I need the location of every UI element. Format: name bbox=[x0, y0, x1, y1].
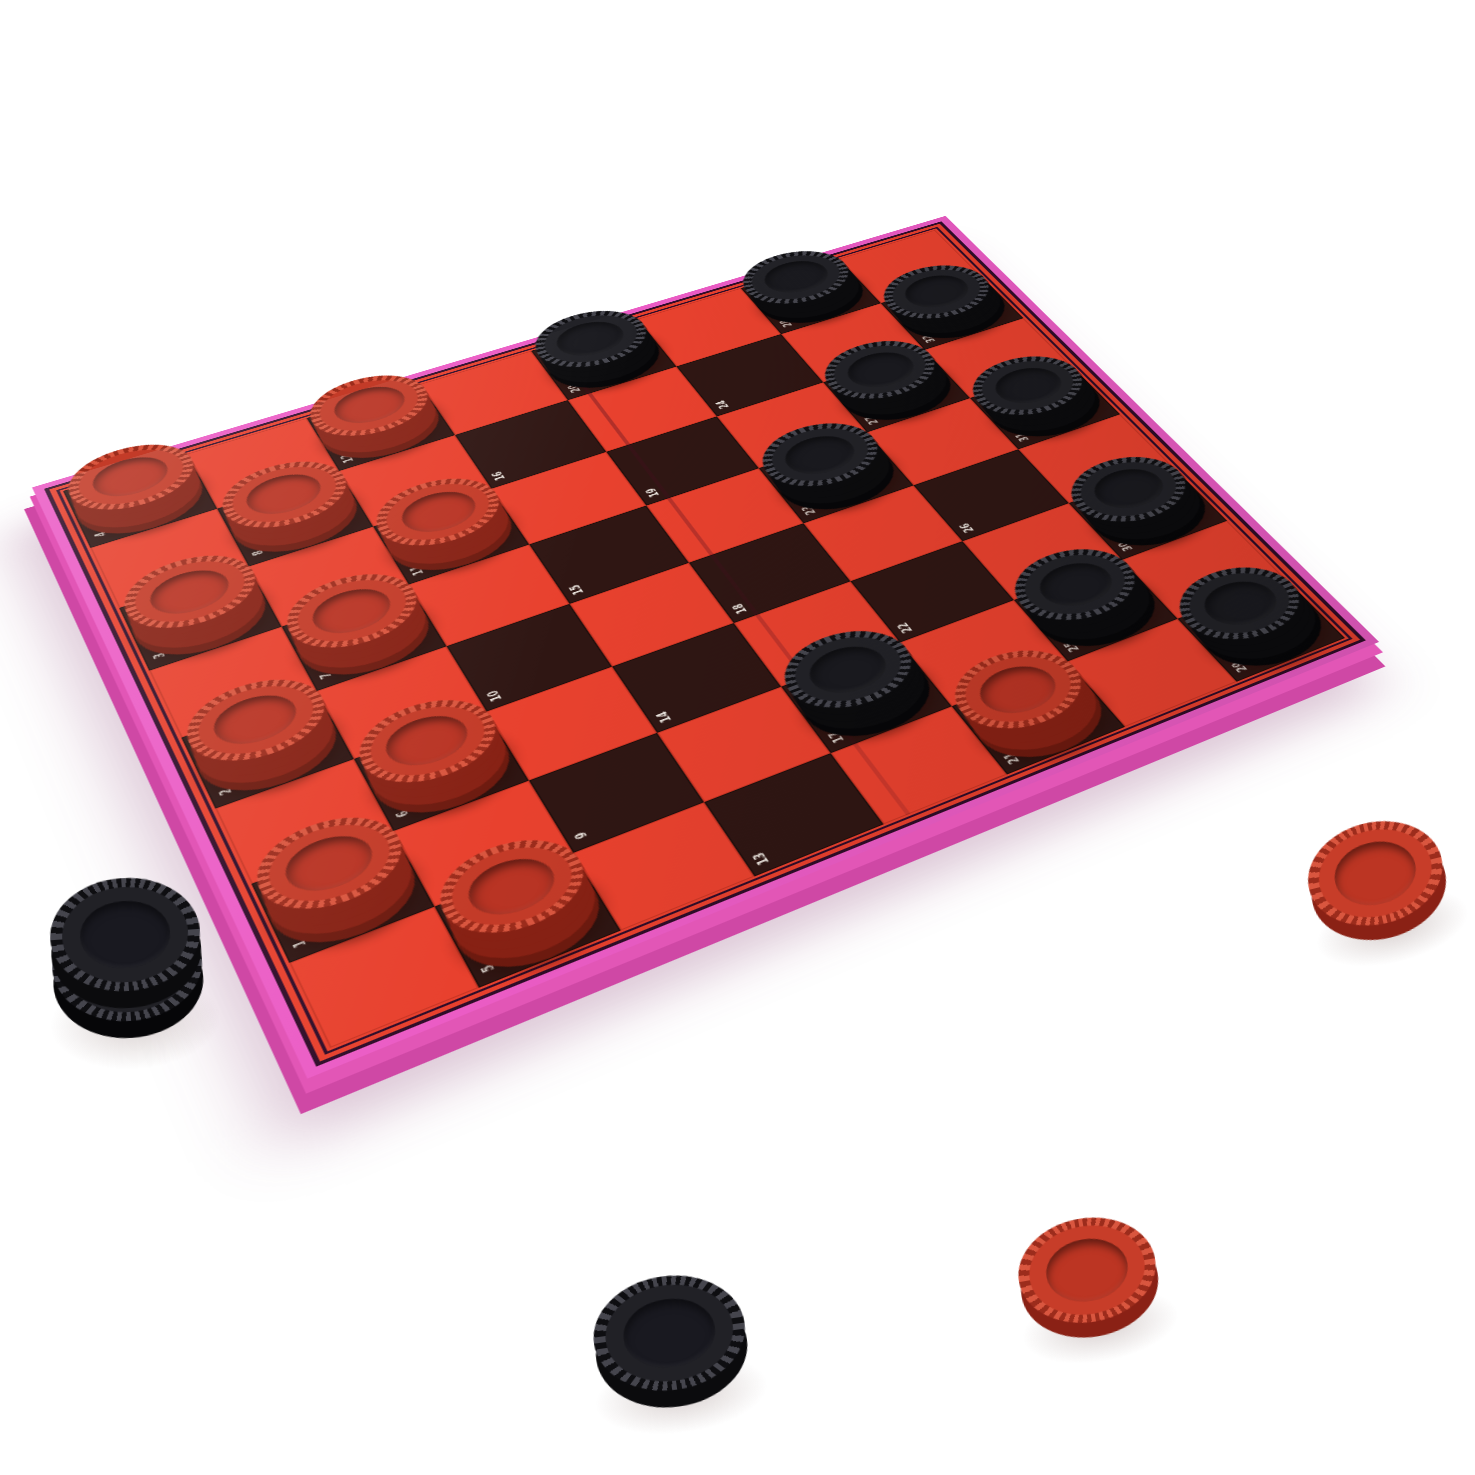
scene: 4122028816243231119277152331210182661422… bbox=[0, 0, 1475, 1475]
square-number: 24 bbox=[712, 397, 732, 411]
square-number: 22 bbox=[893, 619, 916, 636]
checkers-board: 4122028816243231119277152331210182661422… bbox=[32, 216, 1379, 1079]
square-number: 16 bbox=[488, 468, 509, 483]
loose-checker-black-stack[interactable] bbox=[46, 873, 207, 1051]
square-number: 14 bbox=[652, 707, 675, 726]
loose-checker-red-bottom[interactable] bbox=[1010, 1207, 1168, 1356]
square-number: 26 bbox=[955, 520, 977, 536]
square-number: 13 bbox=[749, 848, 774, 869]
square-number: 15 bbox=[566, 581, 588, 598]
square-number: 10 bbox=[482, 687, 505, 706]
loose-checker-black-single[interactable] bbox=[586, 1266, 756, 1425]
loose-checker-red-right[interactable] bbox=[1297, 807, 1459, 961]
square-number: 9 bbox=[568, 825, 592, 846]
